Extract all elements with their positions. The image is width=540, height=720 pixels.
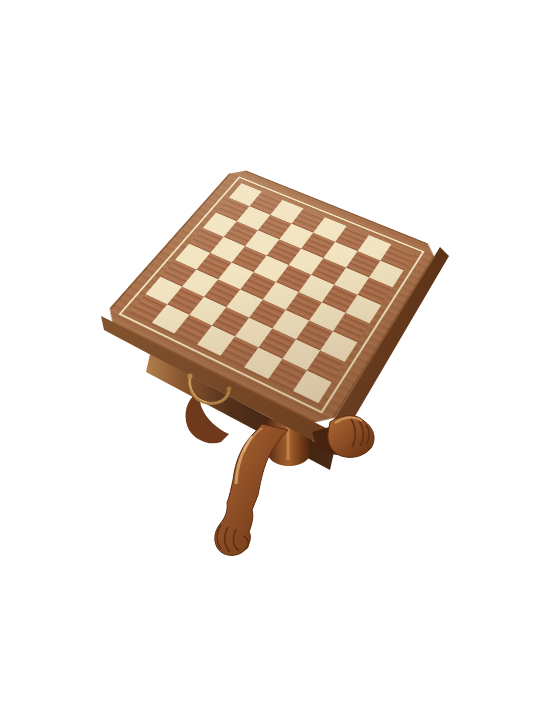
right-claw-foot [328,416,374,458]
front-leg [215,424,288,555]
product-photo [0,0,540,720]
